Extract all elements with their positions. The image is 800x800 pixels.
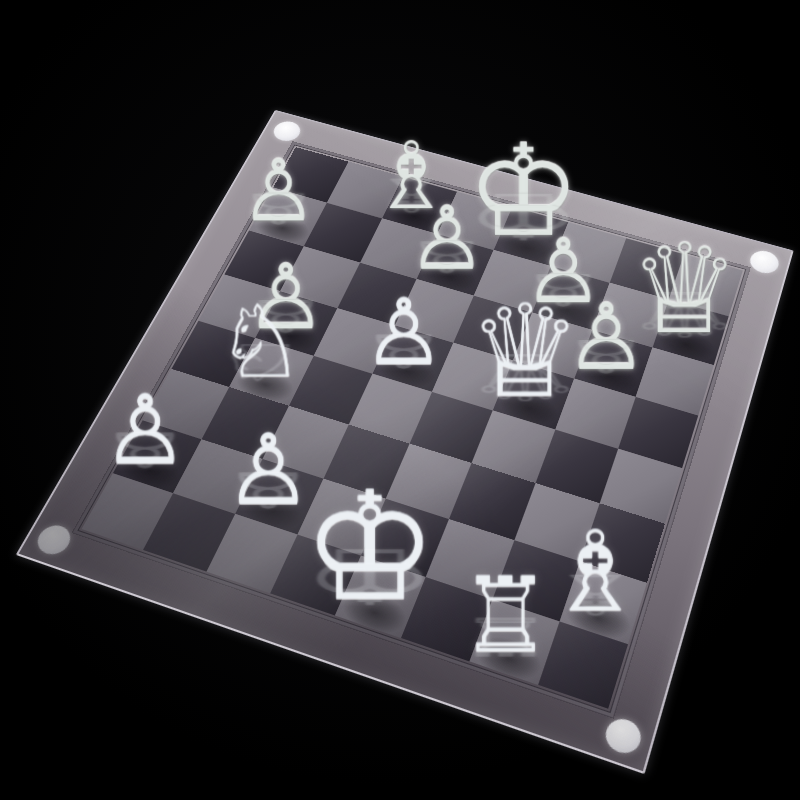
clear-queen[interactable]: ♕ [443,288,609,415]
product-photo-stage: ♗♔♙♙♙♕♙♙♙♕♘♙♙♗♔♖ [0,0,800,800]
board-frame: ♗♔♙♙♙♕♙♙♙♕♘♙♙♗♔♖ [77,145,746,714]
frosted-pawn[interactable]: ♙ [390,196,504,283]
board-grid: ♗♔♙♙♙♕♙♙♙♕♘♙♙♗♔♖ [82,147,743,709]
square-a2[interactable]: ♙ [113,420,202,493]
clear-rook[interactable]: ♖ [438,564,573,668]
rubber-foot [270,119,305,144]
clear-knight[interactable]: ♘ [196,292,326,392]
rubber-foot [602,715,645,758]
chess-board: ♗♔♙♙♙♕♙♙♙♕♘♙♙♗♔♖ [16,110,794,774]
clear-pawn[interactable]: ♙ [83,383,207,479]
frosted-pawn[interactable]: ♙ [223,149,334,234]
rubber-foot [32,522,76,559]
